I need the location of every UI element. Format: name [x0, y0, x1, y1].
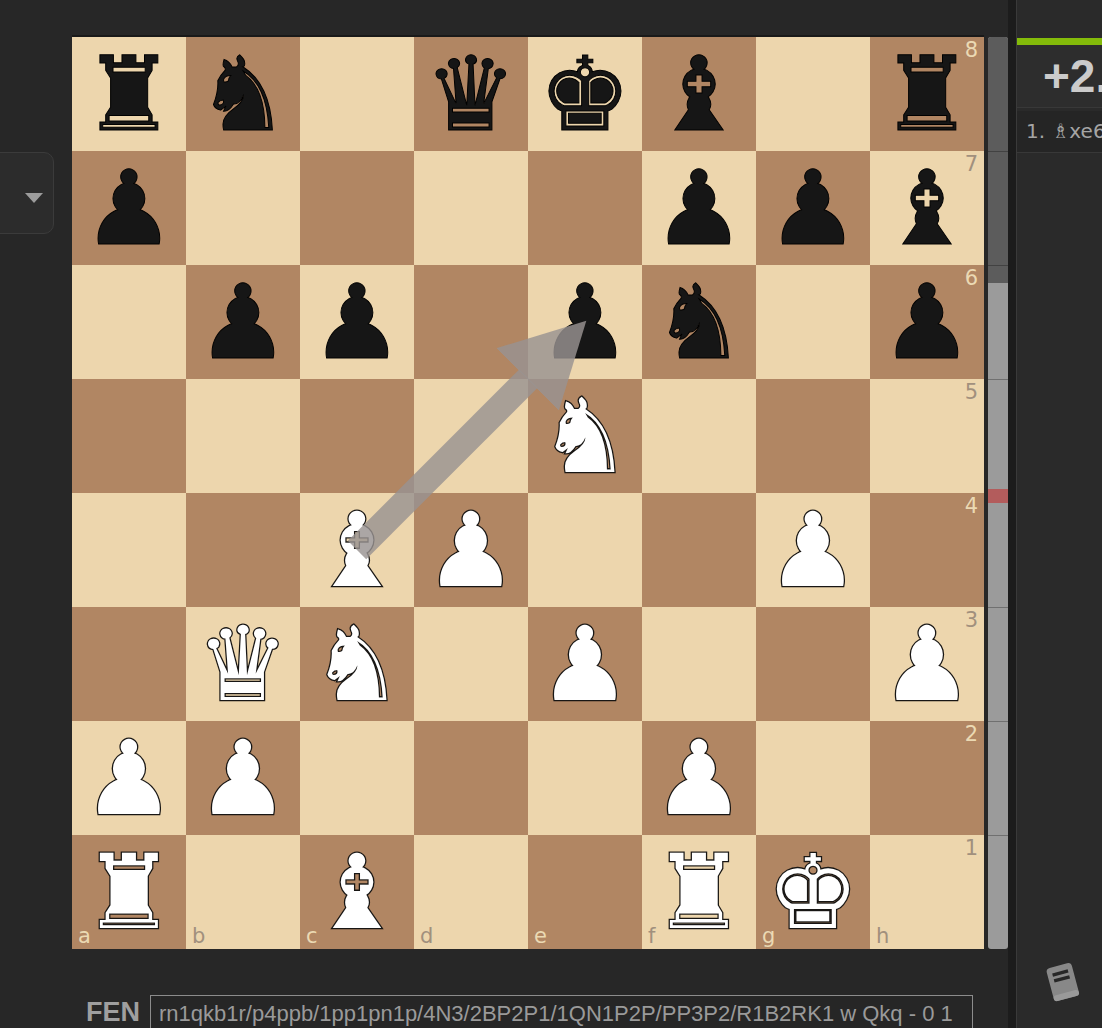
square-e8[interactable]: ♚	[528, 37, 642, 151]
eval-gauge-tick	[988, 721, 1008, 722]
square-a5[interactable]	[72, 379, 186, 493]
eval-gauge-tick	[988, 379, 1008, 380]
piece-wP-b2[interactable]: ♟	[186, 721, 300, 835]
square-e7[interactable]	[528, 151, 642, 265]
square-b5[interactable]	[186, 379, 300, 493]
piece-bN-b8[interactable]: ♞	[186, 37, 300, 151]
square-c6[interactable]: ♟	[300, 265, 414, 379]
square-h2[interactable]: 2	[870, 721, 984, 835]
square-b3[interactable]: ♛	[186, 607, 300, 721]
piece-bP-c6[interactable]: ♟	[300, 265, 414, 379]
square-d5[interactable]	[414, 379, 528, 493]
square-d7[interactable]	[414, 151, 528, 265]
piece-wR-f1[interactable]: ♜	[642, 835, 756, 949]
square-g7[interactable]: ♟	[756, 151, 870, 265]
opening-book-icon[interactable]	[1041, 960, 1085, 1006]
piece-bP-f7[interactable]: ♟	[642, 151, 756, 265]
rank-label-5: 5	[965, 380, 978, 404]
piece-wB-c4[interactable]: ♝	[300, 493, 414, 607]
piece-bR-h8[interactable]: ♜	[870, 37, 984, 151]
file-label-e: e	[534, 924, 547, 948]
eval-gauge-tick	[988, 607, 1008, 608]
square-f5[interactable]	[642, 379, 756, 493]
piece-wK-g1[interactable]: ♚	[756, 835, 870, 949]
square-a4[interactable]	[72, 493, 186, 607]
eval-gauge-black-part	[988, 37, 1008, 283]
analysis-page: ♜♞♛♚♝8♜♟♟♟7♝♟♟♟♞6♟♞5♝♟♟4♛♞♟3♟♟♟♟2a♜bc♝de…	[0, 0, 1102, 1028]
piece-bP-g7[interactable]: ♟	[756, 151, 870, 265]
square-g4[interactable]: ♟	[756, 493, 870, 607]
evaluation-score: +2.	[1017, 45, 1102, 108]
file-label-d: d	[420, 924, 433, 948]
piece-bR-a8[interactable]: ♜	[72, 37, 186, 151]
piece-bK-e8[interactable]: ♚	[528, 37, 642, 151]
square-h6[interactable]: 6♟	[870, 265, 984, 379]
square-h5[interactable]: 5	[870, 379, 984, 493]
square-b4[interactable]	[186, 493, 300, 607]
piece-wP-e3[interactable]: ♟	[528, 607, 642, 721]
square-g3[interactable]	[756, 607, 870, 721]
square-d6[interactable]	[414, 265, 528, 379]
eval-gauge-tick	[988, 835, 1008, 836]
square-e5[interactable]: ♞	[528, 379, 642, 493]
square-a8[interactable]: ♜	[72, 37, 186, 151]
square-f1[interactable]: f♜	[642, 835, 756, 949]
eval-gauge	[988, 37, 1008, 949]
piece-wR-a1[interactable]: ♜	[72, 835, 186, 949]
square-f4[interactable]	[642, 493, 756, 607]
piece-bB-f8[interactable]: ♝	[642, 37, 756, 151]
square-e2[interactable]	[528, 721, 642, 835]
engine-active-bar	[1017, 38, 1102, 45]
square-d8[interactable]: ♛	[414, 37, 528, 151]
square-f8[interactable]: ♝	[642, 37, 756, 151]
square-d2[interactable]	[414, 721, 528, 835]
piece-wQ-b3[interactable]: ♛	[186, 607, 300, 721]
collapsed-menu[interactable]	[0, 152, 54, 234]
square-c7[interactable]	[300, 151, 414, 265]
eval-gauge-tick	[988, 265, 1008, 266]
square-b6[interactable]: ♟	[186, 265, 300, 379]
square-f6[interactable]: ♞	[642, 265, 756, 379]
piece-wP-h3[interactable]: ♟	[870, 607, 984, 721]
fen-label: FEN	[60, 997, 140, 1028]
square-g6[interactable]	[756, 265, 870, 379]
piece-bP-h6[interactable]: ♟	[870, 265, 984, 379]
piece-bP-a7[interactable]: ♟	[72, 151, 186, 265]
piece-wN-c3[interactable]: ♞	[300, 607, 414, 721]
square-g1[interactable]: g♚	[756, 835, 870, 949]
square-f7[interactable]: ♟	[642, 151, 756, 265]
square-c5[interactable]	[300, 379, 414, 493]
square-h7[interactable]: 7♝	[870, 151, 984, 265]
eval-gauge-zero-marker	[988, 489, 1008, 503]
square-c8[interactable]	[300, 37, 414, 151]
square-g5[interactable]	[756, 379, 870, 493]
square-d1[interactable]: d	[414, 835, 528, 949]
square-f3[interactable]	[642, 607, 756, 721]
square-d4[interactable]: ♟	[414, 493, 528, 607]
square-h8[interactable]: 8♜	[870, 37, 984, 151]
square-a1[interactable]: a♜	[72, 835, 186, 949]
square-e4[interactable]	[528, 493, 642, 607]
square-a2[interactable]: ♟	[72, 721, 186, 835]
piece-bP-e6[interactable]: ♟	[528, 265, 642, 379]
rank-label-1: 1	[965, 836, 978, 860]
panel-divider	[1008, 0, 1016, 1028]
piece-wB-c1[interactable]: ♝	[300, 835, 414, 949]
fen-input[interactable]	[150, 995, 973, 1028]
square-b7[interactable]	[186, 151, 300, 265]
square-f2[interactable]: ♟	[642, 721, 756, 835]
piece-bQ-d8[interactable]: ♛	[414, 37, 528, 151]
square-h4[interactable]: 4	[870, 493, 984, 607]
square-g8[interactable]	[756, 37, 870, 151]
square-b2[interactable]: ♟	[186, 721, 300, 835]
rank-label-2: 2	[965, 722, 978, 746]
square-c2[interactable]	[300, 721, 414, 835]
file-label-h: h	[876, 924, 889, 948]
square-b1[interactable]: b	[186, 835, 300, 949]
engine-line-move[interactable]: 1. ♗xe6	[1017, 111, 1102, 153]
engine-panel: +2. 1. ♗xe6	[1016, 0, 1102, 1028]
piece-wP-a2[interactable]: ♟	[72, 721, 186, 835]
square-e1[interactable]: e	[528, 835, 642, 949]
piece-bB-h7[interactable]: ♝	[870, 151, 984, 265]
piece-bN-f6[interactable]: ♞	[642, 265, 756, 379]
square-e6[interactable]: ♟	[528, 265, 642, 379]
piece-wP-d4[interactable]: ♟	[414, 493, 528, 607]
square-a7[interactable]: ♟	[72, 151, 186, 265]
square-b8[interactable]: ♞	[186, 37, 300, 151]
square-h3[interactable]: 3♟	[870, 607, 984, 721]
piece-wP-f2[interactable]: ♟	[642, 721, 756, 835]
eval-gauge-tick	[988, 151, 1008, 152]
square-c1[interactable]: c♝	[300, 835, 414, 949]
square-c3[interactable]: ♞	[300, 607, 414, 721]
piece-bP-b6[interactable]: ♟	[186, 265, 300, 379]
square-e3[interactable]: ♟	[528, 607, 642, 721]
chess-board: ♜♞♛♚♝8♜♟♟♟7♝♟♟♟♞6♟♞5♝♟♟4♛♞♟3♟♟♟♟2a♜bc♝de…	[72, 37, 984, 949]
square-h1[interactable]: h1	[870, 835, 984, 949]
square-d3[interactable]	[414, 607, 528, 721]
chevron-down-icon	[25, 193, 43, 203]
piece-wP-g4[interactable]: ♟	[756, 493, 870, 607]
square-g2[interactable]	[756, 721, 870, 835]
square-a3[interactable]	[72, 607, 186, 721]
file-label-b: b	[192, 924, 205, 948]
piece-wN-e5[interactable]: ♞	[528, 379, 642, 493]
rank-label-4: 4	[965, 494, 978, 518]
square-c4[interactable]: ♝	[300, 493, 414, 607]
square-a6[interactable]	[72, 265, 186, 379]
